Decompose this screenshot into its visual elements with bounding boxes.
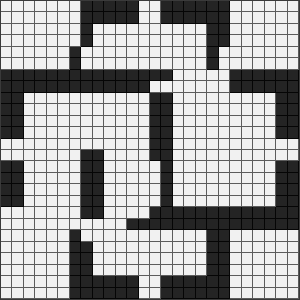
pixel-cell xyxy=(184,81,195,92)
pixel-cell xyxy=(207,1,218,12)
pixel-cell xyxy=(207,173,218,184)
pixel-cell xyxy=(184,139,195,150)
pixel-cell xyxy=(47,93,58,104)
pixel-cell xyxy=(58,196,69,207)
pixel-cell xyxy=(139,173,150,184)
pixel-cell xyxy=(70,253,81,264)
pixel-cell xyxy=(184,161,195,172)
pixel-cell xyxy=(47,35,58,46)
pixel-cell xyxy=(1,242,12,253)
pixel-cell xyxy=(127,230,138,241)
pixel-cell xyxy=(161,116,172,127)
pixel-cell xyxy=(127,173,138,184)
pixel-cell xyxy=(104,265,115,276)
pixel-cell xyxy=(265,47,276,58)
pixel-cell xyxy=(1,207,12,218)
pixel-cell xyxy=(104,276,115,287)
pixel-cell xyxy=(253,139,264,150)
pixel-cell xyxy=(242,139,253,150)
pixel-cell xyxy=(230,207,241,218)
pixel-cell xyxy=(104,196,115,207)
pixel-cell xyxy=(150,150,161,161)
pixel-cell xyxy=(70,127,81,138)
pixel-cell xyxy=(58,265,69,276)
pixel-cell xyxy=(161,24,172,35)
pixel-cell xyxy=(127,12,138,23)
pixel-cell xyxy=(219,104,230,115)
pixel-cell xyxy=(12,70,23,81)
pixel-cell xyxy=(35,242,46,253)
pixel-cell xyxy=(1,196,12,207)
pixel-cell xyxy=(47,70,58,81)
pixel-cell xyxy=(173,35,184,46)
pixel-cell xyxy=(265,93,276,104)
pixel-cell xyxy=(150,70,161,81)
pixel-cell xyxy=(139,12,150,23)
pixel-cell xyxy=(219,93,230,104)
pixel-cell xyxy=(219,265,230,276)
pixel-cell xyxy=(70,35,81,46)
pixel-cell xyxy=(70,276,81,287)
pixel-cell xyxy=(93,196,104,207)
pixel-cell xyxy=(58,173,69,184)
pixel-cell xyxy=(139,139,150,150)
pixel-cell xyxy=(70,207,81,218)
pixel-cell xyxy=(127,70,138,81)
pixel-cell xyxy=(12,230,23,241)
pixel-cell xyxy=(24,242,35,253)
pixel-cell xyxy=(219,173,230,184)
pixel-cell xyxy=(161,276,172,287)
pixel-cell xyxy=(161,47,172,58)
pixel-cell xyxy=(93,1,104,12)
pixel-cell xyxy=(219,116,230,127)
pixel-cell xyxy=(265,139,276,150)
pixel-cell xyxy=(253,104,264,115)
pixel-cell xyxy=(265,161,276,172)
pixel-cell xyxy=(173,288,184,299)
pixel-cell xyxy=(47,150,58,161)
pixel-cell xyxy=(242,253,253,264)
pixel-cell xyxy=(276,24,287,35)
pixel-cell xyxy=(127,288,138,299)
pixel-cell xyxy=(242,161,253,172)
pixel-cell xyxy=(276,230,287,241)
pixel-cell xyxy=(219,276,230,287)
pixel-cell xyxy=(253,116,264,127)
pixel-cell xyxy=(116,276,127,287)
pixel-cell xyxy=(230,230,241,241)
pixel-cell xyxy=(81,242,92,253)
pixel-cell xyxy=(81,161,92,172)
pixel-cell xyxy=(219,12,230,23)
pixel-cell xyxy=(161,265,172,276)
pixel-cell xyxy=(104,104,115,115)
pixel-cell xyxy=(219,35,230,46)
pixel-cell xyxy=(58,35,69,46)
pixel-cell xyxy=(219,139,230,150)
pixel-cell xyxy=(139,58,150,69)
pixel-cell xyxy=(288,150,299,161)
pixel-cell xyxy=(139,196,150,207)
pixel-cell xyxy=(253,219,264,230)
pixel-cell xyxy=(104,70,115,81)
pixel-cell xyxy=(276,127,287,138)
pixel-cell xyxy=(35,81,46,92)
pixel-cell xyxy=(139,265,150,276)
pixel-cell xyxy=(288,230,299,241)
pixel-cell xyxy=(104,219,115,230)
pixel-cell xyxy=(184,230,195,241)
pixel-cell xyxy=(70,173,81,184)
pixel-cell xyxy=(230,93,241,104)
pixel-cell xyxy=(265,288,276,299)
pixel-cell xyxy=(47,265,58,276)
pixel-cell xyxy=(81,288,92,299)
pixel-cell xyxy=(276,58,287,69)
pixel-cell xyxy=(12,184,23,195)
pixel-cell xyxy=(127,265,138,276)
pixel-cell xyxy=(1,253,12,264)
pixel-cell xyxy=(173,207,184,218)
pixel-cell xyxy=(161,161,172,172)
pixel-cell xyxy=(242,58,253,69)
pixel-cell xyxy=(150,173,161,184)
pixel-cell xyxy=(24,70,35,81)
pixel-cell xyxy=(196,276,207,287)
pixel-cell xyxy=(116,104,127,115)
pixel-cell xyxy=(47,47,58,58)
pixel-cell xyxy=(253,276,264,287)
pixel-cell xyxy=(242,207,253,218)
pixel-cell xyxy=(288,253,299,264)
pixel-cell xyxy=(276,184,287,195)
pixel-cell xyxy=(196,230,207,241)
pixel-cell xyxy=(139,116,150,127)
pixel-cell xyxy=(58,93,69,104)
pixel-cell xyxy=(161,230,172,241)
pixel-cell xyxy=(253,242,264,253)
pixel-cell xyxy=(150,139,161,150)
pixel-cell xyxy=(12,24,23,35)
pixel-cell xyxy=(161,253,172,264)
pixel-cell xyxy=(35,161,46,172)
pixel-cell xyxy=(219,230,230,241)
pixel-cell xyxy=(265,242,276,253)
pixel-cell xyxy=(1,150,12,161)
pixel-cell xyxy=(184,265,195,276)
pixel-cell xyxy=(276,81,287,92)
pixel-cell xyxy=(104,24,115,35)
pixel-cell xyxy=(24,288,35,299)
pixel-cell xyxy=(127,81,138,92)
pixel-cell xyxy=(70,58,81,69)
pixel-cell xyxy=(242,70,253,81)
pixel-cell xyxy=(184,93,195,104)
pixel-cell xyxy=(93,150,104,161)
pixel-cell xyxy=(230,253,241,264)
pixel-cell xyxy=(12,81,23,92)
pixel-cell xyxy=(70,242,81,253)
pixel-cell xyxy=(173,242,184,253)
pixel-cell xyxy=(288,219,299,230)
pixel-cell xyxy=(265,70,276,81)
pixel-cell xyxy=(207,253,218,264)
pixel-cell xyxy=(116,12,127,23)
pixel-cell xyxy=(242,116,253,127)
pixel-cell xyxy=(139,104,150,115)
pixel-cell xyxy=(184,196,195,207)
pixel-cell xyxy=(81,24,92,35)
pixel-cell xyxy=(93,127,104,138)
pixel-cell xyxy=(116,196,127,207)
pixel-cell xyxy=(184,12,195,23)
pixel-cell xyxy=(253,150,264,161)
pixel-cell xyxy=(139,47,150,58)
pixel-cell xyxy=(12,265,23,276)
pixel-cell xyxy=(58,58,69,69)
pixel-cell xyxy=(219,161,230,172)
pixel-cell xyxy=(116,150,127,161)
pixel-cell xyxy=(47,242,58,253)
pixel-cell xyxy=(265,104,276,115)
pixel-cell xyxy=(219,219,230,230)
pixel-cell xyxy=(81,81,92,92)
pixel-cell xyxy=(93,173,104,184)
pixel-cell xyxy=(288,184,299,195)
pixel-cell xyxy=(1,104,12,115)
pixel-cell xyxy=(242,93,253,104)
pixel-cell xyxy=(196,24,207,35)
pixel-cell xyxy=(242,265,253,276)
pixel-cell xyxy=(150,230,161,241)
pixel-cell xyxy=(265,253,276,264)
pixel-cell xyxy=(161,1,172,12)
pixel-cell xyxy=(58,139,69,150)
pixel-cell xyxy=(127,127,138,138)
pixel-cell xyxy=(12,219,23,230)
pixel-cell xyxy=(58,253,69,264)
pixel-cell xyxy=(173,81,184,92)
pixel-cell xyxy=(288,24,299,35)
pixel-cell xyxy=(47,1,58,12)
pixel-cell xyxy=(242,104,253,115)
pixel-cell xyxy=(265,276,276,287)
pixel-cell xyxy=(196,207,207,218)
pixel-cell xyxy=(24,139,35,150)
pixel-cell xyxy=(265,1,276,12)
pixel-cell xyxy=(127,24,138,35)
pixel-cell xyxy=(24,184,35,195)
pixel-cell xyxy=(207,230,218,241)
pixel-cell xyxy=(288,81,299,92)
pixel-cell xyxy=(70,24,81,35)
pixel-cell xyxy=(184,288,195,299)
pixel-cell xyxy=(196,47,207,58)
pixel-cell xyxy=(219,47,230,58)
pixel-cell xyxy=(58,207,69,218)
pixel-cell xyxy=(288,47,299,58)
pixel-cell xyxy=(230,196,241,207)
pixel-cell xyxy=(12,127,23,138)
pixel-cell xyxy=(265,116,276,127)
pixel-cell xyxy=(230,265,241,276)
pixel-cell xyxy=(184,184,195,195)
pixel-cell xyxy=(230,276,241,287)
pixel-cell xyxy=(196,265,207,276)
pixel-cell xyxy=(276,161,287,172)
pixel-cell xyxy=(81,253,92,264)
pixel-cell xyxy=(161,173,172,184)
pixel-cell xyxy=(1,116,12,127)
pixel-cell xyxy=(196,196,207,207)
pixel-cell xyxy=(24,253,35,264)
pixel-cell xyxy=(127,253,138,264)
pixel-cell xyxy=(276,12,287,23)
pixel-cell xyxy=(161,184,172,195)
pixel-cell xyxy=(207,219,218,230)
pixel-cell xyxy=(47,184,58,195)
pixel-cell xyxy=(161,81,172,92)
pixel-cell xyxy=(35,196,46,207)
pixel-cell xyxy=(253,230,264,241)
pixel-cell xyxy=(35,288,46,299)
pixel-cell xyxy=(196,1,207,12)
pixel-cell xyxy=(150,219,161,230)
pixel-cell xyxy=(127,196,138,207)
pixel-cell xyxy=(207,47,218,58)
pixel-cell xyxy=(104,12,115,23)
pixel-cell xyxy=(116,219,127,230)
pixel-cell xyxy=(219,1,230,12)
pixel-cell xyxy=(116,253,127,264)
pixel-cell xyxy=(161,196,172,207)
pixel-cell xyxy=(81,116,92,127)
pixel-cell xyxy=(253,288,264,299)
pixel-cell xyxy=(265,184,276,195)
pixel-grid-board xyxy=(0,0,300,300)
pixel-cell xyxy=(1,276,12,287)
pixel-cell xyxy=(196,93,207,104)
pixel-cell xyxy=(104,161,115,172)
pixel-cell xyxy=(81,12,92,23)
pixel-cell xyxy=(173,116,184,127)
pixel-cell xyxy=(127,184,138,195)
pixel-cell xyxy=(242,81,253,92)
pixel-cell xyxy=(196,104,207,115)
pixel-cell xyxy=(24,93,35,104)
pixel-cell xyxy=(276,207,287,218)
pixel-cell xyxy=(93,288,104,299)
pixel-cell xyxy=(288,93,299,104)
pixel-cell xyxy=(276,242,287,253)
pixel-cell xyxy=(116,24,127,35)
pixel-cell xyxy=(70,196,81,207)
pixel-cell xyxy=(230,139,241,150)
pixel-cell xyxy=(58,276,69,287)
pixel-cell xyxy=(58,219,69,230)
pixel-cell xyxy=(12,1,23,12)
pixel-cell xyxy=(253,81,264,92)
pixel-cell xyxy=(47,104,58,115)
pixel-cell xyxy=(139,35,150,46)
pixel-cell xyxy=(104,242,115,253)
pixel-cell xyxy=(265,58,276,69)
pixel-cell xyxy=(207,35,218,46)
pixel-cell xyxy=(242,47,253,58)
pixel-cell xyxy=(35,1,46,12)
pixel-cell xyxy=(207,81,218,92)
pixel-cell xyxy=(116,207,127,218)
pixel-cell xyxy=(1,288,12,299)
pixel-cell xyxy=(12,104,23,115)
pixel-cell xyxy=(265,230,276,241)
pixel-cell xyxy=(1,184,12,195)
pixel-cell xyxy=(93,276,104,287)
pixel-cell xyxy=(81,207,92,218)
pixel-cell xyxy=(58,184,69,195)
pixel-cell xyxy=(150,1,161,12)
pixel-cell xyxy=(150,253,161,264)
pixel-cell xyxy=(47,12,58,23)
pixel-cell xyxy=(12,93,23,104)
pixel-cell xyxy=(173,276,184,287)
pixel-cell xyxy=(139,242,150,253)
pixel-cell xyxy=(104,207,115,218)
pixel-cell xyxy=(230,70,241,81)
pixel-cell xyxy=(288,104,299,115)
pixel-cell xyxy=(81,93,92,104)
pixel-cell xyxy=(219,150,230,161)
pixel-cell xyxy=(116,81,127,92)
pixel-cell xyxy=(70,150,81,161)
pixel-cell xyxy=(12,207,23,218)
pixel-cell xyxy=(265,150,276,161)
pixel-cell xyxy=(24,127,35,138)
pixel-cell xyxy=(184,242,195,253)
pixel-cell xyxy=(139,70,150,81)
pixel-cell xyxy=(104,81,115,92)
pixel-cell xyxy=(253,196,264,207)
pixel-cell xyxy=(116,230,127,241)
pixel-cell xyxy=(150,24,161,35)
pixel-cell xyxy=(93,93,104,104)
pixel-cell xyxy=(173,184,184,195)
pixel-cell xyxy=(173,1,184,12)
pixel-cell xyxy=(58,12,69,23)
pixel-cell xyxy=(173,219,184,230)
pixel-cell xyxy=(127,139,138,150)
pixel-cell xyxy=(93,12,104,23)
pixel-cell xyxy=(93,207,104,218)
pixel-cell xyxy=(81,265,92,276)
pixel-cell xyxy=(104,58,115,69)
pixel-cell xyxy=(173,58,184,69)
pixel-cell xyxy=(219,70,230,81)
pixel-cell xyxy=(127,219,138,230)
pixel-cell xyxy=(116,173,127,184)
pixel-cell xyxy=(184,150,195,161)
pixel-cell xyxy=(12,276,23,287)
pixel-cell xyxy=(265,81,276,92)
pixel-cell xyxy=(184,35,195,46)
pixel-cell xyxy=(288,116,299,127)
pixel-cell xyxy=(93,70,104,81)
pixel-cell xyxy=(1,230,12,241)
pixel-cell xyxy=(207,276,218,287)
pixel-cell xyxy=(242,288,253,299)
pixel-cell xyxy=(196,127,207,138)
